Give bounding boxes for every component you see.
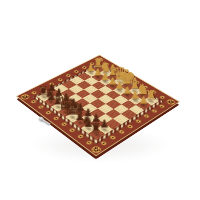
- corner-rosette-icon: [165, 98, 176, 105]
- black-rook: ♜: [83, 122, 109, 135]
- clasp-bar-icon: [41, 119, 51, 126]
- product-photo: ♜♞♝♛♚♝♞♜♟♟♟♟♟♟♟♟♟♟♟♟♟♟♟♟♜♞♝♛♚♝♞♜: [0, 0, 200, 200]
- corner-rosette-icon: [90, 145, 103, 154]
- corner-rosette-icon: [20, 93, 31, 100]
- white-pawn: ♟: [131, 95, 155, 105]
